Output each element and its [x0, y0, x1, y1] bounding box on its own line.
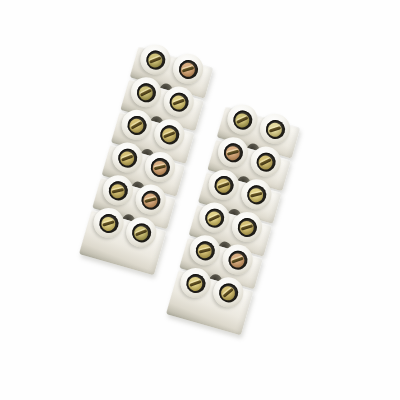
screw-bore — [116, 146, 140, 170]
screw-head — [266, 121, 283, 138]
screw-slot — [131, 121, 143, 129]
screw-head — [196, 242, 213, 259]
screw-bore — [254, 150, 278, 174]
screw-head — [109, 182, 126, 199]
screw-slot — [163, 131, 175, 138]
screw-slot — [102, 220, 114, 226]
screw-slot — [217, 182, 229, 189]
screw-head — [119, 149, 136, 166]
screw-bore — [245, 183, 269, 207]
screw-bore — [144, 48, 168, 72]
product-photo-canvas — [0, 0, 400, 400]
screw-slot — [135, 229, 147, 236]
screw-bore — [106, 179, 130, 203]
screw-bore — [167, 90, 191, 114]
screw-head — [137, 84, 154, 101]
screw-head — [147, 51, 164, 68]
screw-bore — [203, 206, 227, 230]
screw-head — [100, 215, 117, 232]
screw-slot — [223, 288, 234, 298]
screw-head — [128, 117, 145, 134]
screw-head — [187, 275, 204, 292]
screw-head — [220, 284, 237, 301]
screw-bore — [97, 211, 121, 235]
screw-bore — [158, 123, 182, 147]
screw-head — [248, 186, 265, 203]
screw-slot — [149, 56, 161, 63]
screw-head — [224, 144, 241, 161]
screw-bore — [235, 215, 259, 239]
screw-bore — [130, 221, 154, 245]
screw-head — [238, 219, 255, 236]
screw-slot — [269, 126, 281, 133]
screw-bore — [148, 155, 172, 179]
screw-bore — [139, 188, 163, 212]
screw-head — [133, 224, 150, 241]
screw-slot — [144, 197, 156, 203]
screw-slot — [154, 165, 166, 171]
screw-bore — [231, 108, 255, 132]
screw-bore — [263, 117, 287, 141]
screw-head — [170, 93, 187, 110]
screw-slot — [236, 116, 248, 124]
screw-head — [215, 177, 232, 194]
screw-slot — [140, 89, 152, 97]
screw-slot — [172, 99, 184, 106]
screw-bore — [134, 80, 158, 104]
screw-head — [142, 191, 159, 208]
screw-head — [179, 61, 196, 78]
screw-bore — [217, 281, 241, 305]
screw-bore — [226, 248, 250, 272]
screw-bore — [176, 57, 200, 81]
screw-slot — [208, 214, 220, 222]
screw-slot — [112, 188, 124, 193]
screw-bore — [184, 271, 208, 295]
screw-slot — [199, 248, 211, 254]
screw-head — [161, 126, 178, 143]
screw-slot — [241, 224, 253, 230]
screw-slot — [231, 257, 243, 264]
screw-slot — [250, 192, 262, 198]
screw-head — [257, 153, 274, 170]
screw-head — [229, 251, 246, 268]
screw-bore — [221, 140, 245, 164]
screw-slot — [121, 155, 133, 162]
screw-bore — [193, 239, 217, 263]
screw-slot — [182, 66, 194, 72]
screw-bore — [125, 113, 149, 137]
screw-bore — [212, 173, 236, 197]
screw-head — [206, 209, 223, 226]
screw-slot — [227, 150, 239, 156]
screw-head — [234, 111, 251, 128]
screw-slot — [260, 158, 272, 166]
screw-head — [151, 159, 168, 176]
screw-slot — [189, 280, 201, 287]
